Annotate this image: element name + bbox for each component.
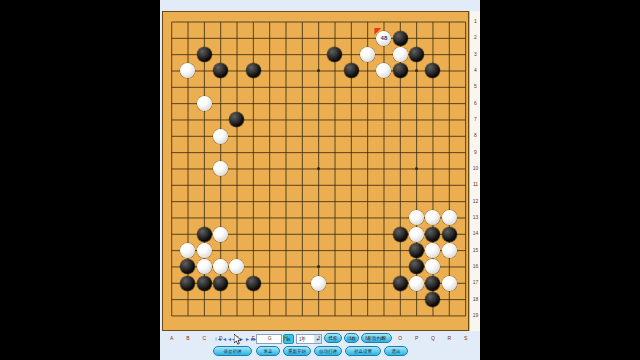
white-stone[interactable] — [393, 47, 408, 62]
black-stone[interactable] — [180, 259, 195, 274]
restart-button[interactable]: 重新开始 — [283, 346, 311, 356]
black-stone[interactable] — [327, 47, 342, 62]
row-label: 16 — [470, 263, 481, 269]
white-stone[interactable] — [229, 259, 244, 274]
white-stone[interactable] — [213, 161, 228, 176]
exit-button[interactable]: 退出 — [384, 346, 408, 356]
black-stone[interactable] — [180, 276, 195, 291]
star-point — [317, 167, 320, 170]
black-stone[interactable] — [246, 276, 261, 291]
column-label: C — [199, 335, 209, 341]
white-stone[interactable] — [425, 243, 440, 258]
black-stone[interactable] — [425, 227, 440, 242]
black-stone[interactable] — [393, 63, 408, 78]
black-stone[interactable] — [213, 276, 228, 291]
column-label: Q — [428, 335, 438, 341]
row-label: 11 — [470, 181, 481, 187]
white-stone[interactable] — [442, 210, 457, 225]
column-label: L — [346, 335, 356, 341]
black-stone[interactable] — [393, 227, 408, 242]
row-label: 15 — [470, 247, 481, 253]
white-stone[interactable] — [360, 47, 375, 62]
row-number-strip: 12345678910111213141516171819 — [469, 11, 480, 331]
row-label: 14 — [470, 230, 481, 236]
column-label: O — [395, 335, 405, 341]
row-label: 4 — [470, 67, 481, 73]
review-button[interactable]: 复盘 — [256, 346, 280, 356]
mouse-cursor — [234, 334, 243, 345]
row-label: 13 — [470, 214, 481, 220]
column-label: M — [363, 335, 373, 341]
white-stone[interactable] — [197, 243, 212, 258]
board-set-button[interactable]: 棋盘设置 — [345, 346, 381, 356]
white-stone[interactable] — [213, 259, 228, 274]
black-stone[interactable] — [425, 276, 440, 291]
row-label: 8 — [470, 132, 481, 138]
black-stone[interactable] — [229, 112, 244, 127]
white-stone[interactable] — [442, 243, 457, 258]
white-stone[interactable] — [376, 63, 391, 78]
white-stone[interactable] — [409, 210, 424, 225]
white-stone[interactable] — [197, 96, 212, 111]
column-label: J — [314, 335, 324, 341]
black-stone[interactable] — [197, 227, 212, 242]
row-label: 9 — [470, 149, 481, 155]
column-label: I — [297, 335, 307, 341]
black-stone[interactable] — [344, 63, 359, 78]
black-stone[interactable] — [393, 276, 408, 291]
black-stone[interactable] — [393, 31, 408, 46]
go-board[interactable]: 48 ABCDEFGHIJKLMNOPQRS — [162, 11, 469, 331]
white-stone[interactable] — [213, 129, 228, 144]
row-label: 17 — [470, 279, 481, 285]
black-stone[interactable] — [425, 292, 440, 307]
column-label: D — [216, 335, 226, 341]
white-stone[interactable] — [213, 227, 228, 242]
move-number-label: 48 — [381, 35, 388, 41]
row-label: 18 — [470, 296, 481, 302]
black-stone[interactable] — [442, 227, 457, 242]
white-stone[interactable] — [425, 259, 440, 274]
column-label: B — [183, 335, 193, 341]
black-stone[interactable] — [409, 243, 424, 258]
row-label: 2 — [470, 34, 481, 40]
white-stone[interactable] — [197, 259, 212, 274]
row-label: 5 — [470, 83, 481, 89]
white-stone[interactable] — [180, 63, 195, 78]
star-point — [415, 69, 418, 72]
white-stone-move-48[interactable]: 48 — [376, 31, 391, 46]
auto-replay-button[interactable]: 自动打谱 — [314, 346, 342, 356]
stone-layer: 48 — [164, 14, 474, 324]
row-label: 10 — [470, 165, 481, 171]
star-point — [317, 69, 320, 72]
star-point — [415, 167, 418, 170]
black-stone[interactable] — [409, 259, 424, 274]
star-point — [317, 265, 320, 268]
black-stone[interactable] — [425, 63, 440, 78]
screenshot-root: { "game": "go", "board": { "size": 19, "… — [0, 0, 640, 360]
column-label: G — [265, 335, 275, 341]
row-label: 3 — [470, 51, 481, 57]
column-label: S — [461, 335, 471, 341]
row-label: 1 — [470, 18, 481, 24]
white-stone[interactable] — [311, 276, 326, 291]
black-stone[interactable] — [213, 63, 228, 78]
black-stone[interactable] — [246, 63, 261, 78]
column-label: K — [330, 335, 340, 341]
column-label: P — [412, 335, 422, 341]
column-label: A — [167, 335, 177, 341]
white-stone[interactable] — [409, 276, 424, 291]
row-label: 19 — [470, 312, 481, 318]
black-stone[interactable] — [197, 47, 212, 62]
column-label: R — [444, 335, 454, 341]
row-label: 12 — [470, 198, 481, 204]
column-label: F — [248, 335, 258, 341]
go-app-window: 48 ABCDEFGHIJKLMNOPQRS 12345678910111213… — [160, 0, 480, 360]
white-stone[interactable] — [425, 210, 440, 225]
column-label: N — [379, 335, 389, 341]
black-stone[interactable] — [197, 276, 212, 291]
white-stone[interactable] — [442, 276, 457, 291]
row-label: 6 — [470, 100, 481, 106]
white-stone[interactable] — [409, 227, 424, 242]
save-kifu-button[interactable]: 保存棋谱 — [213, 346, 252, 356]
column-label: H — [281, 335, 291, 341]
white-stone[interactable] — [180, 243, 195, 258]
last-move-marker-icon — [374, 28, 381, 35]
black-stone[interactable] — [409, 47, 424, 62]
row-label: 7 — [470, 116, 481, 122]
